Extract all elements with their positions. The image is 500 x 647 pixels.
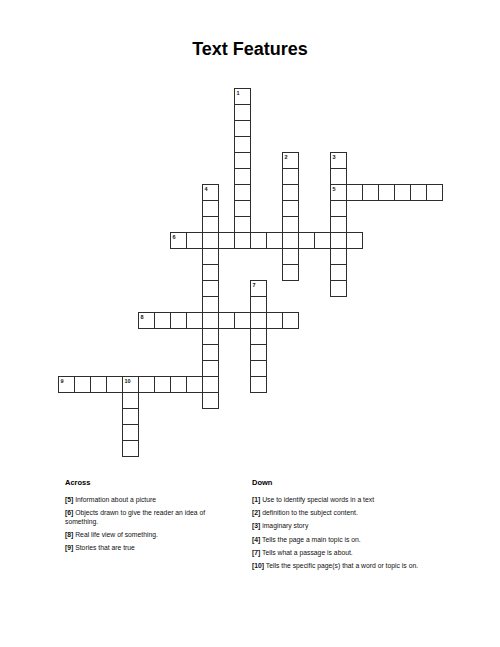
grid-cell-c22-r6[interactable] bbox=[410, 184, 427, 201]
grid-cell-c4-r18[interactable]: 10 bbox=[122, 376, 139, 393]
grid-cell-c6-r14[interactable] bbox=[154, 312, 171, 329]
clue-across-9: [9] Stories that are true bbox=[65, 544, 238, 553]
grid-cell-c11-r7[interactable] bbox=[234, 200, 251, 217]
grid-cell-c8-r18[interactable] bbox=[186, 376, 203, 393]
cell-number-7: 7 bbox=[253, 282, 256, 288]
grid-cell-c6-r18[interactable] bbox=[154, 376, 171, 393]
grid-cell-c14-r5[interactable] bbox=[282, 168, 299, 185]
grid-cell-c14-r6[interactable] bbox=[282, 184, 299, 201]
grid-cell-c14-r11[interactable] bbox=[282, 264, 299, 281]
cell-number-1: 1 bbox=[237, 90, 240, 96]
clue-across-5: [5] Information about a picture bbox=[65, 496, 238, 505]
clue-number-label: [6] bbox=[65, 509, 73, 516]
grid-cell-c17-r10[interactable] bbox=[330, 248, 347, 265]
grid-cell-c4-r20[interactable] bbox=[122, 408, 139, 425]
grid-cell-c17-r6[interactable]: 5 bbox=[330, 184, 347, 201]
clue-number-label: [1] bbox=[252, 496, 260, 503]
grid-cell-c12-r13[interactable] bbox=[250, 296, 267, 313]
grid-cell-c7-r18[interactable] bbox=[170, 376, 187, 393]
grid-cell-c11-r3[interactable] bbox=[234, 136, 251, 153]
across-header: Across bbox=[65, 479, 238, 488]
grid-cell-c18-r9[interactable] bbox=[346, 232, 363, 249]
grid-cell-c11-r4[interactable] bbox=[234, 152, 251, 169]
cell-number-8: 8 bbox=[141, 314, 144, 320]
grid-cell-c17-r11[interactable] bbox=[330, 264, 347, 281]
grid-cell-c17-r7[interactable] bbox=[330, 200, 347, 217]
grid-cell-c14-r7[interactable] bbox=[282, 200, 299, 217]
grid-cell-c13-r14[interactable] bbox=[266, 312, 283, 329]
grid-cell-c9-r16[interactable] bbox=[202, 344, 219, 361]
grid-cell-c17-r9[interactable] bbox=[330, 232, 347, 249]
grid-cell-c9-r19[interactable] bbox=[202, 392, 219, 409]
clue-down-4: [4] Tells the page a main topic is on. bbox=[252, 536, 425, 545]
grid-cell-c11-r8[interactable] bbox=[234, 216, 251, 233]
down-header: Down bbox=[252, 479, 425, 488]
grid-cell-c9-r8[interactable] bbox=[202, 216, 219, 233]
grid-cell-c0-r18[interactable]: 9 bbox=[58, 376, 75, 393]
grid-cell-c11-r5[interactable] bbox=[234, 168, 251, 185]
clue-number-label: [2] bbox=[252, 509, 260, 516]
grid-cell-c11-r14[interactable] bbox=[234, 312, 251, 329]
grid-cell-c9-r11[interactable] bbox=[202, 264, 219, 281]
grid-cell-c10-r14[interactable] bbox=[218, 312, 235, 329]
grid-cell-c9-r10[interactable] bbox=[202, 248, 219, 265]
grid-cell-c19-r6[interactable] bbox=[362, 184, 379, 201]
clue-down-1: [1] Use to identify special words in a t… bbox=[252, 496, 425, 505]
grid-cell-c9-r6[interactable]: 4 bbox=[202, 184, 219, 201]
grid-cell-c4-r21[interactable] bbox=[122, 424, 139, 441]
down-clues-section: Down [1] Use to identify special words i… bbox=[252, 479, 425, 575]
clue-number-label: [9] bbox=[65, 544, 73, 551]
clue-down-2: [2] definition to the subject content. bbox=[252, 509, 425, 518]
grid-cell-c5-r18[interactable] bbox=[138, 376, 155, 393]
grid-cell-c9-r14[interactable] bbox=[202, 312, 219, 329]
grid-cell-c23-r6[interactable] bbox=[426, 184, 443, 201]
across-clue-list: [5] Information about a picture[6] Objec… bbox=[65, 496, 238, 553]
grid-cell-c1-r18[interactable] bbox=[74, 376, 91, 393]
crossword-worksheet: { "page": { "title": "Text Features" }, … bbox=[0, 0, 500, 647]
grid-cell-c4-r22[interactable] bbox=[122, 440, 139, 457]
cell-number-2: 2 bbox=[285, 154, 288, 160]
grid-cell-c9-r15[interactable] bbox=[202, 328, 219, 345]
grid-cell-c8-r14[interactable] bbox=[186, 312, 203, 329]
clue-number-label: [8] bbox=[65, 531, 73, 538]
cell-number-4: 4 bbox=[205, 186, 208, 192]
clue-down-10: [10] Tells the specific page(s) that a w… bbox=[252, 562, 425, 571]
grid-cell-c9-r9[interactable] bbox=[202, 232, 219, 249]
grid-cell-c10-r9[interactable] bbox=[218, 232, 235, 249]
cell-number-9: 9 bbox=[61, 378, 64, 384]
clue-across-6: [6] Objects drawn to give the reader an … bbox=[65, 509, 238, 526]
grid-cell-c17-r8[interactable] bbox=[330, 216, 347, 233]
clue-number-label: [5] bbox=[65, 496, 73, 503]
down-clue-list: [1] Use to identify special words in a t… bbox=[252, 496, 425, 571]
grid-cell-c11-r9[interactable] bbox=[234, 232, 251, 249]
across-clues-section: Across [5] Information about a picture[6… bbox=[65, 479, 238, 558]
grid-cell-c15-r9[interactable] bbox=[298, 232, 315, 249]
clue-down-3: [3] imaginary story bbox=[252, 522, 425, 531]
grid-cell-c4-r19[interactable] bbox=[122, 392, 139, 409]
grid-cell-c11-r2[interactable] bbox=[234, 120, 251, 137]
grid-cell-c7-r14[interactable] bbox=[170, 312, 187, 329]
grid-cell-c17-r5[interactable] bbox=[330, 168, 347, 185]
grid-cell-c11-r0[interactable]: 1 bbox=[234, 88, 251, 105]
grid-cell-c14-r9[interactable] bbox=[282, 232, 299, 249]
grid-cell-c9-r17[interactable] bbox=[202, 360, 219, 377]
grid-cell-c9-r18[interactable] bbox=[202, 376, 219, 393]
grid-cell-c21-r6[interactable] bbox=[394, 184, 411, 201]
grid-cell-c3-r18[interactable] bbox=[106, 376, 123, 393]
grid-cell-c20-r6[interactable] bbox=[378, 184, 395, 201]
clue-across-8: [8] Real life view of something. bbox=[65, 531, 238, 540]
grid-cell-c12-r14[interactable] bbox=[250, 312, 267, 329]
clue-number-label: [3] bbox=[252, 522, 260, 529]
cell-number-3: 3 bbox=[333, 154, 336, 160]
grid-cell-c16-r9[interactable] bbox=[314, 232, 331, 249]
grid-cell-c14-r4[interactable]: 2 bbox=[282, 152, 299, 169]
grid-cell-c12-r12[interactable]: 7 bbox=[250, 280, 267, 297]
grid-cell-c11-r1[interactable] bbox=[234, 104, 251, 121]
clue-number-label: [7] bbox=[252, 549, 260, 556]
grid-cell-c5-r14[interactable]: 8 bbox=[138, 312, 155, 329]
grid-cell-c12-r17[interactable] bbox=[250, 360, 267, 377]
grid-cell-c8-r9[interactable] bbox=[186, 232, 203, 249]
grid-cell-c17-r4[interactable]: 3 bbox=[330, 152, 347, 169]
grid-cell-c12-r9[interactable] bbox=[250, 232, 267, 249]
cell-number-10: 10 bbox=[125, 378, 131, 384]
grid-cell-c2-r18[interactable] bbox=[90, 376, 107, 393]
grid-cell-c12-r16[interactable] bbox=[250, 344, 267, 361]
grid-cell-c18-r6[interactable] bbox=[346, 184, 363, 201]
grid-cell-c12-r18[interactable] bbox=[250, 376, 267, 393]
grid-cell-c14-r14[interactable] bbox=[282, 312, 299, 329]
grid-cell-c11-r6[interactable] bbox=[234, 184, 251, 201]
grid-cell-c12-r15[interactable] bbox=[250, 328, 267, 345]
grid-cell-c13-r9[interactable] bbox=[266, 232, 283, 249]
clue-number-label: [4] bbox=[252, 536, 260, 543]
grid-cell-c9-r13[interactable] bbox=[202, 296, 219, 313]
grid-cell-c14-r10[interactable] bbox=[282, 248, 299, 265]
cell-number-5: 5 bbox=[333, 186, 336, 192]
cell-number-6: 6 bbox=[173, 234, 176, 240]
clue-number-label: [10] bbox=[252, 562, 264, 569]
grid-cell-c17-r12[interactable] bbox=[330, 280, 347, 297]
grid-cell-c9-r12[interactable] bbox=[202, 280, 219, 297]
grid-cell-c14-r8[interactable] bbox=[282, 216, 299, 233]
grid-cell-c7-r9[interactable]: 6 bbox=[170, 232, 187, 249]
grid-cell-c9-r7[interactable] bbox=[202, 200, 219, 217]
clue-down-7: [7] Tells what a passage is about. bbox=[252, 549, 425, 558]
